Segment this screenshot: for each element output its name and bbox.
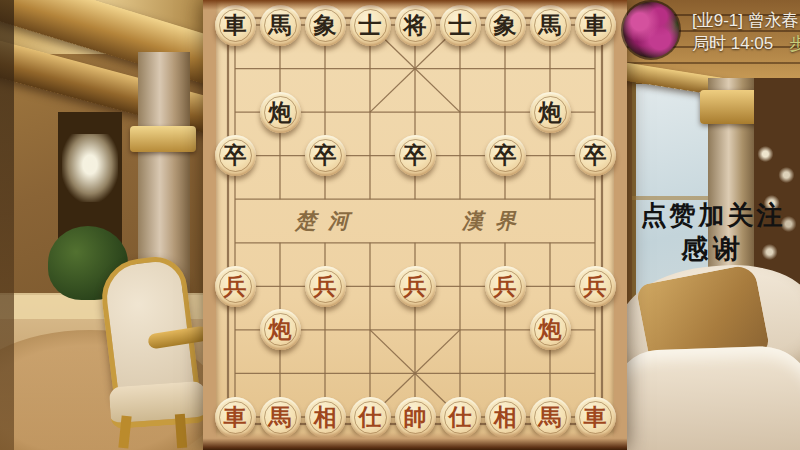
piece-glyph: 象 — [314, 14, 337, 37]
piece-glyph: 馬 — [269, 406, 292, 429]
piece-glyph: 兵 — [224, 275, 247, 298]
screenshot-root: 楚河 漢界 車馬象士将士象馬車炮炮卒卒卒卒卒兵兵兵兵兵炮炮車馬相仕帥仕相馬車 [… — [0, 0, 800, 450]
piece-glyph: 炮 — [539, 101, 562, 124]
piece-red-cannon-r7c7[interactable]: 炮 — [530, 309, 571, 350]
piece-black-soldier-r3c2[interactable]: 卒 — [305, 135, 346, 176]
piece-glyph: 馬 — [539, 14, 562, 37]
board-frame-bottom — [203, 432, 627, 450]
piece-glyph: 相 — [494, 406, 517, 429]
piece-glyph: 象 — [494, 14, 517, 37]
piece-glyph: 炮 — [539, 318, 562, 341]
player-timers: 局时 14:05步时 — [692, 32, 800, 55]
banner-line-1: 点赞加关注 — [630, 200, 796, 233]
piece-glyph: 帥 — [404, 406, 427, 429]
piece-glyph: 卒 — [224, 144, 247, 167]
piece-glyph: 仕 — [449, 406, 472, 429]
piece-glyph: 兵 — [314, 275, 337, 298]
piece-red-soldier-r6c4[interactable]: 兵 — [395, 266, 436, 307]
piece-glyph: 兵 — [404, 275, 427, 298]
piece-glyph: 相 — [314, 406, 337, 429]
step-time-label: 步时 — [789, 34, 800, 53]
piece-glyph: 兵 — [584, 275, 607, 298]
game-time-value: 14:05 — [731, 34, 774, 53]
piece-black-soldier-r3c8[interactable]: 卒 — [575, 135, 616, 176]
game-time-label: 局时 — [692, 34, 726, 53]
piece-black-chariot-r0c0[interactable]: 車 — [215, 5, 256, 46]
piece-red-soldier-r6c2[interactable]: 兵 — [305, 266, 346, 307]
piece-glyph: 兵 — [494, 275, 517, 298]
piece-glyph: 炮 — [269, 318, 292, 341]
gold-column-capital-right — [700, 90, 762, 124]
piece-glyph: 車 — [584, 14, 607, 37]
piece-black-soldier-r3c0[interactable]: 卒 — [215, 135, 256, 176]
board-frame-top — [203, 0, 627, 10]
piece-black-advisor-r0c5[interactable]: 士 — [440, 5, 481, 46]
piece-black-cannon-r2c1[interactable]: 炮 — [260, 92, 301, 133]
piece-black-advisor-r0c3[interactable]: 士 — [350, 5, 391, 46]
piece-black-cannon-r2c7[interactable]: 炮 — [530, 92, 571, 133]
piece-glyph: 卒 — [494, 144, 517, 167]
piece-glyph: 卒 — [404, 144, 427, 167]
stream-banner: 点赞加关注 感谢 — [630, 200, 796, 266]
gold-column-capital-left — [130, 126, 196, 152]
piece-red-soldier-r6c6[interactable]: 兵 — [485, 266, 526, 307]
piece-black-chariot-r0c8[interactable]: 車 — [575, 5, 616, 46]
piece-glyph: 卒 — [314, 144, 337, 167]
piece-glyph: 将 — [404, 14, 427, 37]
piece-black-soldier-r3c6[interactable]: 卒 — [485, 135, 526, 176]
piece-red-soldier-r6c0[interactable]: 兵 — [215, 266, 256, 307]
piece-red-soldier-r6c8[interactable]: 兵 — [575, 266, 616, 307]
piece-glyph: 馬 — [539, 406, 562, 429]
piece-black-elephant-r0c2[interactable]: 象 — [305, 5, 346, 46]
piece-black-horse-r0c1[interactable]: 馬 — [260, 5, 301, 46]
piece-black-general-r0c4[interactable]: 将 — [395, 5, 436, 46]
player-avatar-rose-icon[interactable] — [623, 2, 679, 58]
piece-glyph: 馬 — [269, 14, 292, 37]
piece-red-cannon-r7c1[interactable]: 炮 — [260, 309, 301, 350]
player-info-overlay: [业9-1] 曾永春 局时 14:05步时 — [620, 0, 800, 62]
piece-glyph: 車 — [224, 14, 247, 37]
left-edge-shadow — [0, 0, 14, 450]
xiangqi-board[interactable]: 楚河 漢界 車馬象士将士象馬車炮炮卒卒卒卒卒兵兵兵兵兵炮炮車馬相仕帥仕相馬車 — [203, 0, 627, 450]
cream-sofa-seat — [627, 345, 800, 450]
piece-black-soldier-r3c4[interactable]: 卒 — [395, 135, 436, 176]
piece-glyph: 卒 — [584, 144, 607, 167]
piece-glyph: 車 — [224, 406, 247, 429]
piece-black-horse-r0c7[interactable]: 馬 — [530, 5, 571, 46]
banner-line-2: 感谢 — [630, 233, 796, 267]
piece-glyph: 士 — [359, 14, 382, 37]
piece-black-elephant-r0c6[interactable]: 象 — [485, 5, 526, 46]
background-left-palace — [0, 0, 210, 450]
chandelier-glow — [62, 134, 118, 202]
piece-glyph: 炮 — [269, 101, 292, 124]
piece-glyph: 士 — [449, 14, 472, 37]
piece-glyph: 仕 — [359, 406, 382, 429]
pieces-layer: 車馬象士将士象馬車炮炮卒卒卒卒卒兵兵兵兵兵炮炮車馬相仕帥仕相馬車 — [203, 0, 627, 450]
piece-glyph: 車 — [584, 406, 607, 429]
player-rank-name: [业9-1] 曾永春 — [692, 9, 799, 32]
